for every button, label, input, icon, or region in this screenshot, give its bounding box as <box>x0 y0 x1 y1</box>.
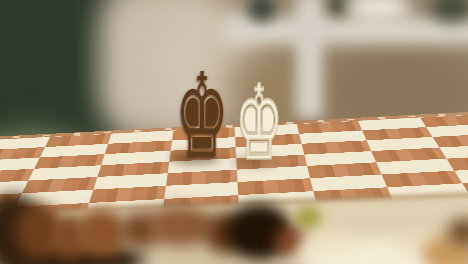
fallen-piece-highlight <box>294 205 322 231</box>
shelf-object-dark <box>330 0 346 16</box>
chess-photo-scene: ♚ ♚ <box>0 0 468 264</box>
white-king: ♚ <box>212 83 305 164</box>
fallen-dark-piece <box>76 209 126 257</box>
white-king-glyph: ♚ <box>235 83 283 164</box>
